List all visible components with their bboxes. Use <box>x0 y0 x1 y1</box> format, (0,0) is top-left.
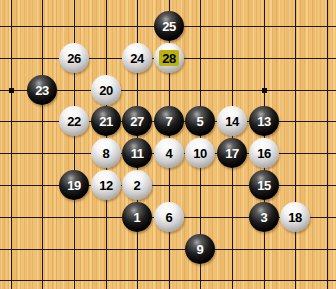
stone-white-2[interactable]: 2 <box>122 170 152 200</box>
stone-number: 18 <box>288 211 301 224</box>
star-point <box>262 88 267 93</box>
stone-white-18[interactable]: 18 <box>280 202 310 232</box>
stone-black-3[interactable]: 3 <box>249 202 279 232</box>
stone-black-21[interactable]: 21 <box>91 106 121 136</box>
stone-white-16[interactable]: 16 <box>249 138 279 168</box>
stone-white-26[interactable]: 26 <box>59 43 89 73</box>
stone-number: 15 <box>257 179 270 192</box>
stone-white-6[interactable]: 6 <box>154 202 184 232</box>
stone-white-24[interactable]: 24 <box>122 43 152 73</box>
stone-number: 24 <box>130 52 143 65</box>
stone-number: 19 <box>67 179 80 192</box>
stone-number: 5 <box>196 115 203 128</box>
stone-white-14[interactable]: 14 <box>217 106 247 136</box>
stone-number: 26 <box>67 52 80 65</box>
stone-number: 16 <box>257 147 270 160</box>
grid-line-v <box>295 0 296 289</box>
grid-line-h <box>0 249 336 250</box>
stone-black-17[interactable]: 17 <box>217 138 247 168</box>
stone-number: 12 <box>99 179 112 192</box>
stone-number: 11 <box>131 147 144 160</box>
stone-number: 22 <box>67 115 80 128</box>
grid-line-v <box>327 0 328 289</box>
stone-white-22[interactable]: 22 <box>59 106 89 136</box>
stone-number: 13 <box>257 115 270 128</box>
stone-white-12[interactable]: 12 <box>91 170 121 200</box>
stone-white-10[interactable]: 10 <box>185 138 215 168</box>
stone-number: 20 <box>99 84 112 97</box>
stone-number: 9 <box>196 243 203 256</box>
stone-black-27[interactable]: 27 <box>122 106 152 136</box>
stone-black-25[interactable]: 25 <box>154 11 184 41</box>
grid-line-v <box>42 0 43 289</box>
stone-number: 25 <box>162 20 175 33</box>
stone-black-1[interactable]: 1 <box>122 202 152 232</box>
stone-black-23[interactable]: 23 <box>27 75 57 105</box>
stone-white-8[interactable]: 8 <box>91 138 121 168</box>
stone-number: 3 <box>260 211 267 224</box>
stone-black-13[interactable]: 13 <box>249 106 279 136</box>
stone-black-5[interactable]: 5 <box>185 106 215 136</box>
stone-number: 14 <box>225 115 238 128</box>
go-board[interactable]: 1234567891011121314151617181920212223242… <box>0 0 336 289</box>
stone-number: 27 <box>130 115 143 128</box>
stone-black-19[interactable]: 19 <box>59 170 89 200</box>
star-point <box>9 88 14 93</box>
stone-number: 8 <box>102 147 109 160</box>
grid-line-v <box>11 0 12 289</box>
grid-line-h <box>0 185 336 186</box>
stone-white-20[interactable]: 20 <box>91 75 121 105</box>
stone-black-7[interactable]: 7 <box>154 106 184 136</box>
stone-white-28[interactable]: 28 <box>154 43 184 73</box>
stone-black-15[interactable]: 15 <box>249 170 279 200</box>
stone-number: 10 <box>193 147 206 160</box>
stone-number: 7 <box>165 115 172 128</box>
stone-white-4[interactable]: 4 <box>154 138 184 168</box>
stone-number: 28 <box>162 52 175 65</box>
stone-black-11[interactable]: 11 <box>122 138 152 168</box>
stone-number: 4 <box>165 147 172 160</box>
stone-number: 21 <box>99 115 112 128</box>
stone-number: 23 <box>35 84 48 97</box>
stone-number: 2 <box>133 179 140 192</box>
stone-black-9[interactable]: 9 <box>185 234 215 264</box>
stone-number: 6 <box>165 211 172 224</box>
stone-number: 17 <box>225 147 238 160</box>
grid-line-h <box>0 280 336 281</box>
stone-number: 1 <box>133 211 140 224</box>
